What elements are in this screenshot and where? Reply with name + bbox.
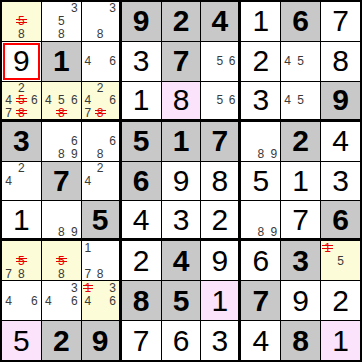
solved-digit: 3 bbox=[332, 166, 349, 196]
candidate-slot: 5 bbox=[55, 94, 68, 106]
candidate-slot bbox=[241, 122, 254, 135]
candidate-slot bbox=[28, 28, 41, 41]
candidate-digit: 8 bbox=[97, 148, 104, 160]
candidate-slot: 2 bbox=[94, 82, 106, 94]
cell-r7c6[interactable]: 9 bbox=[201, 241, 240, 280]
candidate-slot bbox=[214, 42, 226, 55]
candidate-slot: 9 bbox=[267, 226, 280, 238]
solved-digit: 9 bbox=[212, 246, 229, 276]
cell-r3c8[interactable]: 45 bbox=[281, 82, 320, 121]
given-digit: 6 bbox=[292, 6, 309, 36]
cell-r3c9[interactable]: 9 bbox=[321, 82, 360, 121]
cell-candidates: 46 bbox=[2, 281, 41, 320]
candidate-slot: 8 bbox=[254, 148, 267, 161]
candidate-slot: 7 bbox=[82, 267, 94, 280]
cell-candidates: 58 bbox=[42, 241, 81, 280]
given-digit: 7 bbox=[212, 126, 229, 156]
cell-r6c6[interactable]: 2 bbox=[201, 201, 240, 240]
candidate-slot: 8 bbox=[55, 28, 68, 41]
solved-digit: 4 bbox=[332, 126, 349, 156]
candidate-slot bbox=[28, 307, 41, 320]
candidate-digit: 2 bbox=[18, 162, 25, 174]
cell-r5c7[interactable]: 5 bbox=[241, 162, 280, 201]
candidate-slot: 7 bbox=[82, 106, 94, 118]
candidate-slot bbox=[42, 106, 55, 118]
cell-r5c8[interactable]: 1 bbox=[281, 162, 320, 201]
candidate-digit: 8 bbox=[97, 28, 104, 40]
solved-digit: 6 bbox=[173, 326, 190, 356]
candidate-slot: 8 bbox=[254, 226, 267, 238]
cell-r8c9[interactable]: 2 bbox=[321, 281, 360, 320]
candidate-slot bbox=[15, 294, 28, 307]
cell-r6c8[interactable]: 7 bbox=[281, 201, 320, 240]
cell-candidates: 578 bbox=[2, 241, 41, 280]
candidate-slot bbox=[82, 82, 94, 94]
given-digit: 2 bbox=[292, 126, 309, 156]
candidate-slot: 1 bbox=[82, 281, 94, 294]
candidate-digit: 6 bbox=[109, 295, 116, 307]
given-digit: 2 bbox=[173, 6, 190, 36]
solved-digit: 9 bbox=[173, 166, 190, 196]
cell-r2c3[interactable]: 46 bbox=[82, 42, 121, 81]
solved-digit: 2 bbox=[212, 205, 229, 235]
cell-r9c1[interactable]: 5 bbox=[2, 321, 41, 360]
candidate-digit: 9 bbox=[270, 226, 277, 238]
candidate-slot: 4 bbox=[2, 94, 15, 106]
cell-r1c6[interactable]: 4 bbox=[201, 2, 240, 41]
candidate-digit: 5 bbox=[297, 94, 304, 106]
candidate-slot bbox=[214, 82, 226, 94]
candidate-slot bbox=[2, 187, 15, 200]
candidate-digit: 9 bbox=[71, 226, 78, 238]
candidate-digit: 8 bbox=[18, 268, 25, 280]
cell-r6c4[interactable]: 4 bbox=[122, 201, 161, 240]
cell-r7c7[interactable]: 6 bbox=[241, 241, 280, 280]
cell-r8c8[interactable]: 9 bbox=[281, 281, 320, 320]
candidate-slot: 8 bbox=[94, 106, 106, 118]
candidate-slot bbox=[42, 15, 55, 28]
candidate-slot bbox=[106, 82, 118, 94]
candidate-slot bbox=[82, 307, 94, 320]
given-digit: 1 bbox=[53, 46, 70, 76]
candidate-slot bbox=[42, 201, 55, 213]
cell-r8c2[interactable]: 346 bbox=[42, 281, 81, 320]
cell-r6c2[interactable]: 89 bbox=[42, 201, 81, 240]
cell-r3c2[interactable]: 4568 bbox=[42, 82, 81, 121]
candidate-slot: 4 bbox=[42, 294, 55, 307]
candidate-digit: 4 bbox=[45, 94, 52, 106]
candidate-digit-struck: 5 bbox=[18, 94, 25, 106]
cell-r2c1[interactable]: 9 bbox=[2, 42, 41, 81]
candidate-slot bbox=[94, 2, 106, 15]
cell-r8c6[interactable]: 1 bbox=[201, 281, 240, 320]
candidate-slot bbox=[347, 267, 360, 280]
candidate-slot bbox=[106, 241, 118, 254]
candidate-digit: 4 bbox=[284, 55, 291, 67]
candidate-slot bbox=[28, 267, 41, 280]
cell-r3c4[interactable]: 1 bbox=[122, 82, 161, 121]
cell-r2c4[interactable]: 3 bbox=[122, 42, 161, 81]
candidate-slot: 1 bbox=[82, 241, 94, 254]
candidate-digit: 8 bbox=[18, 28, 25, 40]
candidate-slot: 5 bbox=[294, 94, 307, 106]
cell-r8c4[interactable]: 8 bbox=[122, 281, 161, 320]
candidate-slot bbox=[214, 68, 226, 81]
cell-r8c5[interactable]: 5 bbox=[162, 281, 201, 320]
cell-candidates: 346 bbox=[42, 281, 81, 320]
cell-r4c4[interactable]: 5 bbox=[122, 122, 161, 161]
cell-r2c8[interactable]: 45 bbox=[281, 42, 320, 81]
candidate-slot: 5 bbox=[55, 254, 68, 267]
candidate-slot: 8 bbox=[15, 28, 28, 41]
cell-r4c3[interactable]: 68 bbox=[82, 122, 121, 161]
cell-r6c5[interactable]: 3 bbox=[162, 201, 201, 240]
given-digit: 5 bbox=[92, 205, 109, 235]
candidate-slot: 8 bbox=[55, 148, 68, 161]
candidate-slot bbox=[307, 55, 320, 68]
cell-r4c1[interactable]: 3 bbox=[2, 122, 41, 161]
candidate-digit: 2 bbox=[97, 82, 104, 94]
candidate-digit-struck: 8 bbox=[18, 107, 25, 119]
cell-r5c5[interactable]: 9 bbox=[162, 162, 201, 201]
candidate-slot: 5 bbox=[334, 254, 347, 267]
cell-candidates: 45 bbox=[281, 42, 320, 81]
candidate-slot: 3 bbox=[106, 281, 118, 294]
cell-r5c1[interactable]: 24 bbox=[2, 162, 41, 201]
cell-r4c6[interactable]: 7 bbox=[201, 122, 240, 161]
cell-r6c9[interactable]: 6 bbox=[321, 201, 360, 240]
candidate-digit: 3 bbox=[71, 282, 78, 294]
candidate-slot: 2 bbox=[94, 162, 106, 175]
candidate-digit: 5 bbox=[58, 94, 65, 106]
cell-r8c1[interactable]: 46 bbox=[2, 281, 41, 320]
candidate-slot: 6 bbox=[226, 94, 238, 106]
candidate-slot bbox=[106, 187, 118, 200]
given-digit: 4 bbox=[173, 246, 190, 276]
cell-r2c2[interactable]: 1 bbox=[42, 42, 81, 81]
candidate-slot bbox=[94, 42, 106, 55]
candidate-digit: 5 bbox=[217, 55, 224, 67]
cell-candidates: 58 bbox=[2, 2, 41, 41]
cell-candidates: 178 bbox=[82, 241, 119, 280]
candidate-slot: 3 bbox=[106, 2, 118, 15]
cell-r2c7[interactable]: 2 bbox=[241, 42, 280, 81]
candidate-digit: 4 bbox=[85, 94, 92, 106]
cell-r7c8[interactable]: 3 bbox=[281, 241, 320, 280]
candidate-slot bbox=[15, 187, 28, 200]
candidate-slot: 4 bbox=[281, 55, 294, 68]
cell-r2c5[interactable]: 7 bbox=[162, 42, 201, 81]
candidate-slot bbox=[321, 254, 334, 267]
solved-digit: 1 bbox=[252, 6, 269, 36]
sudoku-board: 5835838924167914637562458245678456824678… bbox=[0, 0, 362, 362]
cell-r2c6[interactable]: 56 bbox=[201, 42, 240, 81]
candidate-slot bbox=[42, 2, 55, 15]
given-digit: 9 bbox=[92, 326, 109, 356]
candidate-digit: 6 bbox=[109, 135, 116, 147]
candidate-slot bbox=[226, 106, 238, 118]
candidate-slot bbox=[42, 281, 55, 294]
candidate-slot bbox=[347, 241, 360, 254]
given-digit: 8 bbox=[133, 286, 150, 316]
given-digit: 1 bbox=[173, 126, 190, 156]
cell-r1c7[interactable]: 1 bbox=[241, 2, 280, 41]
candidate-digit: 4 bbox=[85, 295, 92, 307]
candidate-slot bbox=[201, 68, 213, 81]
cell-r8c7[interactable]: 7 bbox=[241, 281, 280, 320]
cell-r7c9[interactable]: 15 bbox=[321, 241, 360, 280]
cell-r2c9[interactable]: 8 bbox=[321, 42, 360, 81]
cell-r9c2[interactable]: 2 bbox=[42, 321, 81, 360]
cell-r7c4[interactable]: 2 bbox=[122, 241, 161, 280]
candidate-slot bbox=[94, 187, 106, 200]
cell-r9c7[interactable]: 4 bbox=[241, 321, 280, 360]
candidate-slot bbox=[68, 254, 81, 267]
candidate-slot bbox=[294, 42, 307, 55]
candidate-slot: 8 bbox=[94, 28, 106, 41]
candidate-digit: 5 bbox=[58, 15, 65, 27]
candidate-slot bbox=[68, 106, 81, 118]
candidate-slot bbox=[334, 267, 347, 280]
cell-r3c6[interactable]: 56 bbox=[201, 82, 240, 121]
cell-r5c3[interactable]: 24 bbox=[82, 162, 121, 201]
candidate-slot bbox=[82, 28, 94, 41]
cell-r8c3[interactable]: 1346 bbox=[82, 281, 121, 320]
candidate-slot bbox=[2, 2, 15, 15]
candidate-slot bbox=[201, 55, 213, 68]
cell-candidates: 89 bbox=[241, 122, 280, 161]
given-digit: 3 bbox=[292, 246, 309, 276]
candidate-slot bbox=[94, 175, 106, 188]
candidate-digit: 4 bbox=[5, 94, 12, 106]
given-digit: 2 bbox=[53, 326, 70, 356]
candidate-slot bbox=[28, 106, 41, 118]
candidate-digit: 7 bbox=[5, 107, 12, 119]
cell-r1c1[interactable]: 58 bbox=[2, 2, 41, 41]
candidate-slot: 8 bbox=[15, 106, 28, 118]
solved-digit: 6 bbox=[252, 246, 269, 276]
cell-r1c5[interactable]: 2 bbox=[162, 2, 201, 41]
candidate-slot bbox=[94, 68, 106, 81]
candidate-digit: 4 bbox=[5, 295, 12, 307]
candidate-digit: 4 bbox=[85, 175, 92, 187]
candidate-slot bbox=[94, 55, 106, 68]
candidate-slot: 6 bbox=[68, 294, 81, 307]
cell-r9c3[interactable]: 9 bbox=[82, 321, 121, 360]
cell-r9c8[interactable]: 8 bbox=[281, 321, 320, 360]
solved-digit: 7 bbox=[292, 205, 309, 235]
candidate-slot bbox=[241, 214, 254, 226]
cell-candidates: 89 bbox=[42, 201, 81, 238]
cell-r4c2[interactable]: 689 bbox=[42, 122, 81, 161]
candidate-slot bbox=[15, 175, 28, 188]
candidate-slot bbox=[241, 135, 254, 148]
candidate-slot: 4 bbox=[82, 94, 94, 106]
candidate-slot bbox=[42, 307, 55, 320]
candidate-slot bbox=[82, 148, 94, 161]
candidate-slot bbox=[254, 122, 267, 135]
candidate-slot bbox=[201, 42, 213, 55]
candidate-slot bbox=[28, 254, 41, 267]
candidate-slot: 5 bbox=[15, 94, 28, 106]
given-digit: 7 bbox=[53, 166, 70, 196]
cell-r4c7[interactable]: 89 bbox=[241, 122, 280, 161]
candidate-slot bbox=[42, 28, 55, 41]
solved-digit: 1 bbox=[292, 166, 309, 196]
cell-r6c7[interactable]: 89 bbox=[241, 201, 280, 240]
candidate-slot bbox=[42, 214, 55, 226]
cell-candidates: 358 bbox=[42, 2, 81, 41]
candidate-slot: 6 bbox=[106, 55, 118, 68]
candidate-slot bbox=[82, 2, 94, 15]
cell-r5c9[interactable]: 3 bbox=[321, 162, 360, 201]
cell-r6c3[interactable]: 5 bbox=[82, 201, 121, 240]
candidate-digit: 8 bbox=[97, 268, 104, 280]
cell-r1c9[interactable]: 7 bbox=[321, 2, 360, 41]
cell-r3c7[interactable]: 3 bbox=[241, 82, 280, 121]
cell-r7c2[interactable]: 58 bbox=[42, 241, 81, 280]
solved-digit: 1 bbox=[13, 205, 30, 235]
candidate-slot: 8 bbox=[55, 267, 68, 280]
candidate-slot bbox=[281, 68, 294, 81]
candidate-slot bbox=[2, 254, 15, 267]
cell-r4c9[interactable]: 4 bbox=[321, 122, 360, 161]
candidate-digit: 9 bbox=[270, 148, 277, 160]
cell-r1c3[interactable]: 38 bbox=[82, 2, 121, 41]
candidate-digit-struck: 8 bbox=[58, 107, 65, 119]
given-digit: 7 bbox=[173, 46, 190, 76]
candidate-slot bbox=[42, 82, 55, 94]
candidate-slot bbox=[28, 281, 41, 294]
candidate-digit: 7 bbox=[85, 107, 92, 119]
candidate-slot bbox=[307, 82, 320, 94]
candidate-slot bbox=[15, 281, 28, 294]
candidate-slot bbox=[201, 94, 213, 106]
candidate-slot bbox=[28, 82, 41, 94]
cell-r9c6[interactable]: 3 bbox=[201, 321, 240, 360]
cell-r6c1[interactable]: 1 bbox=[2, 201, 41, 240]
given-digit: 8 bbox=[292, 326, 309, 356]
cell-r9c9[interactable]: 1 bbox=[321, 321, 360, 360]
candidate-digit: 9 bbox=[71, 148, 78, 160]
candidate-digit: 1 bbox=[85, 242, 92, 254]
candidate-slot bbox=[106, 307, 118, 320]
candidate-slot bbox=[241, 148, 254, 161]
given-digit: 4 bbox=[212, 6, 229, 36]
cell-r4c5[interactable]: 1 bbox=[162, 122, 201, 161]
candidate-slot bbox=[94, 294, 106, 307]
candidate-digit: 8 bbox=[58, 148, 65, 160]
solved-digit: 3 bbox=[133, 46, 150, 76]
candidate-slot bbox=[42, 267, 55, 280]
candidate-digit-struck: 5 bbox=[58, 255, 65, 267]
candidate-slot: 6 bbox=[28, 294, 41, 307]
candidate-slot bbox=[55, 122, 68, 135]
candidate-slot bbox=[42, 241, 55, 254]
cell-r3c3[interactable]: 24678 bbox=[82, 82, 121, 121]
cell-r7c3[interactable]: 178 bbox=[82, 241, 121, 280]
candidate-slot bbox=[42, 122, 55, 135]
candidate-digit: 4 bbox=[5, 175, 12, 187]
candidate-slot: 5 bbox=[15, 254, 28, 267]
cell-r3c5[interactable]: 8 bbox=[162, 82, 201, 121]
solved-digit: 2 bbox=[252, 46, 269, 76]
solved-digit: 9 bbox=[292, 286, 309, 316]
candidate-slot bbox=[94, 135, 106, 148]
candidate-slot: 1 bbox=[321, 241, 334, 254]
cell-r5c4[interactable]: 6 bbox=[122, 162, 161, 201]
candidate-slot bbox=[94, 307, 106, 320]
cell-r1c8[interactable]: 6 bbox=[281, 2, 320, 41]
candidate-slot: 6 bbox=[28, 94, 41, 106]
candidate-digit: 8 bbox=[58, 268, 65, 280]
cell-r4c8[interactable]: 2 bbox=[281, 122, 320, 161]
candidate-slot bbox=[307, 68, 320, 81]
candidate-slot bbox=[68, 267, 81, 280]
solved-digit: 5 bbox=[252, 166, 269, 196]
candidate-slot bbox=[307, 94, 320, 106]
solved-digit: 8 bbox=[212, 166, 229, 196]
candidate-slot bbox=[68, 15, 81, 28]
candidate-slot bbox=[106, 122, 118, 135]
candidate-slot bbox=[82, 42, 94, 55]
candidate-digit: 6 bbox=[71, 135, 78, 147]
candidate-digit-struck: 5 bbox=[18, 15, 25, 27]
candidate-slot bbox=[55, 307, 68, 320]
candidate-slot bbox=[28, 2, 41, 15]
cell-r1c2[interactable]: 358 bbox=[42, 2, 81, 41]
candidate-slot: 4 bbox=[2, 175, 15, 188]
candidate-slot bbox=[68, 241, 81, 254]
cell-candidates: 24678 bbox=[82, 82, 119, 119]
cell-r3c1[interactable]: 245678 bbox=[2, 82, 41, 121]
candidate-digit: 2 bbox=[97, 162, 104, 174]
cell-candidates: 56 bbox=[201, 42, 238, 81]
candidate-digit: 6 bbox=[229, 55, 236, 67]
cell-candidates: 15 bbox=[321, 241, 360, 280]
candidate-digit: 3 bbox=[71, 2, 78, 14]
candidate-digit: 6 bbox=[229, 94, 236, 106]
cell-r5c2[interactable]: 7 bbox=[42, 162, 81, 201]
candidate-digit: 3 bbox=[109, 282, 116, 294]
candidate-slot bbox=[267, 122, 280, 135]
cell-r1c4[interactable]: 9 bbox=[122, 2, 161, 41]
solved-digit: 9 bbox=[13, 46, 30, 76]
candidate-slot: 9 bbox=[68, 226, 81, 238]
solved-digit: 2 bbox=[133, 246, 150, 276]
candidate-slot bbox=[94, 281, 106, 294]
cell-candidates: 68 bbox=[82, 122, 119, 161]
cell-candidates: 45 bbox=[281, 82, 320, 119]
given-digit: 7 bbox=[252, 286, 269, 316]
candidate-slot: 8 bbox=[55, 226, 68, 238]
candidate-slot: 5 bbox=[214, 55, 226, 68]
candidate-digit: 8 bbox=[257, 226, 264, 238]
candidate-slot bbox=[226, 42, 238, 55]
candidate-slot: 6 bbox=[106, 294, 118, 307]
cell-r7c5[interactable]: 4 bbox=[162, 241, 201, 280]
candidate-digit: 6 bbox=[31, 94, 38, 106]
solved-digit: 1 bbox=[212, 286, 229, 316]
cell-r5c6[interactable]: 8 bbox=[201, 162, 240, 201]
solved-digit: 5 bbox=[13, 326, 30, 356]
candidate-slot bbox=[241, 226, 254, 238]
candidate-slot: 9 bbox=[68, 148, 81, 161]
candidate-slot bbox=[2, 28, 15, 41]
cell-r7c1[interactable]: 578 bbox=[2, 241, 41, 280]
cell-r9c5[interactable]: 6 bbox=[162, 321, 201, 360]
cell-r9c4[interactable]: 7 bbox=[122, 321, 161, 360]
